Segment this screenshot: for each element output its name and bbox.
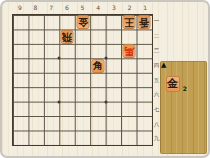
hand-pieces: 金2	[165, 75, 180, 96]
rank-label-1: 一	[153, 14, 160, 29]
star-point	[104, 57, 107, 60]
piece-6-2[interactable]: 飛	[61, 30, 74, 44]
shogi-board[interactable]: 金王香飛馬角	[12, 14, 153, 146]
rank-labels: 一二三四五六七八九	[153, 14, 160, 146]
file-label-9: 9	[12, 4, 28, 12]
file-label-8: 8	[28, 4, 44, 12]
file-label-6: 6	[59, 4, 75, 12]
piece-4-4[interactable]: 角	[91, 59, 104, 73]
rank-label-2: 二	[153, 29, 160, 44]
star-point	[58, 100, 61, 103]
rank-label-5: 五	[153, 73, 160, 88]
file-label-2: 2	[122, 4, 138, 12]
piece-2-1[interactable]: 王	[122, 15, 135, 29]
rank-label-3: 三	[153, 43, 160, 58]
sente-marker: ▲	[161, 61, 166, 69]
star-point	[58, 57, 61, 60]
piece-2-3[interactable]: 馬	[122, 44, 135, 58]
file-label-5: 5	[75, 4, 91, 12]
file-label-4: 4	[90, 4, 106, 12]
file-label-3: 3	[106, 4, 122, 12]
star-point	[104, 100, 107, 103]
komadai-sente: ▲ 金2	[160, 61, 207, 154]
hand-piece[interactable]: 金	[166, 76, 180, 92]
hand-entry: 金2	[165, 75, 180, 92]
rank-label-4: 四	[153, 58, 160, 73]
rank-label-8: 八	[153, 117, 160, 132]
rank-label-9: 九	[153, 131, 160, 146]
rank-label-7: 七	[153, 102, 160, 117]
hand-piece-count: 2	[183, 85, 187, 92]
file-label-7: 7	[43, 4, 59, 12]
rank-label-6: 六	[153, 87, 160, 102]
tsume-diagram: 987654321 一二三四五六七八九 金王香飛馬角 ▲ 金2	[0, 0, 210, 158]
piece-5-1[interactable]: 金	[76, 15, 89, 29]
piece-1-1[interactable]: 香	[138, 15, 151, 29]
file-label-1: 1	[137, 4, 153, 12]
file-labels: 987654321	[12, 4, 153, 12]
